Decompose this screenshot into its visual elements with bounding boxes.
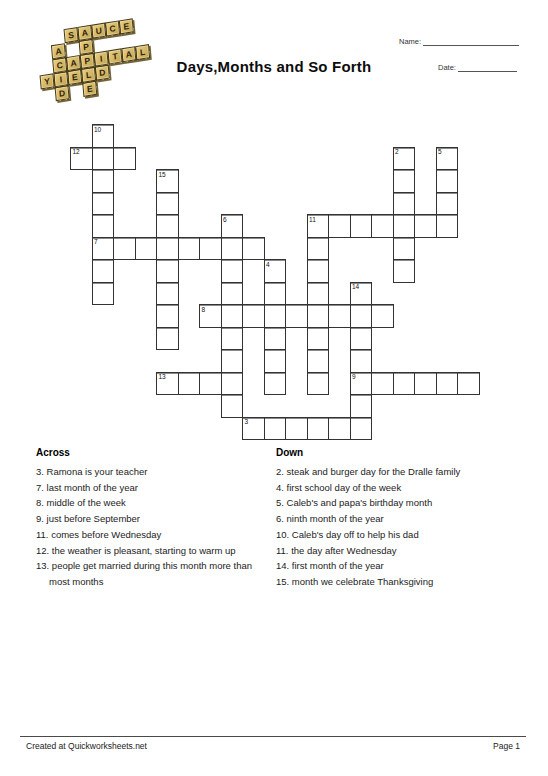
grid-cell	[436, 192, 459, 216]
grid-cell	[307, 259, 330, 283]
grid-cell	[221, 349, 244, 373]
clue-item-text: middle of the week	[47, 497, 126, 508]
grid-cell	[221, 237, 244, 261]
clue-item-number: 7.	[36, 482, 47, 493]
clue-item: 5. Caleb's and papa's birthday month	[276, 495, 538, 511]
grid-cell: 7	[92, 237, 115, 261]
logo-tile: E	[82, 81, 97, 97]
clue-item-number: 2.	[276, 466, 287, 477]
grid-cell	[264, 327, 287, 351]
clue-item-text: Caleb's and papa's birthday month	[287, 497, 433, 508]
grid-cell: 15	[156, 169, 179, 193]
date-field: Date:	[438, 63, 517, 72]
cell-number: 10	[94, 126, 101, 133]
clue-item-number: 14.	[276, 560, 292, 571]
clue-item-text: people get married during this month mor…	[49, 560, 252, 587]
grid-cell: 5	[436, 147, 459, 171]
grid-cell	[156, 237, 179, 261]
grid-cell	[264, 349, 287, 373]
grid-cell	[307, 417, 330, 441]
grid-cell	[393, 372, 416, 396]
grid-cell	[393, 192, 416, 216]
logo-tile: U	[91, 23, 106, 39]
grid-cell	[328, 417, 351, 441]
grid-cell	[393, 237, 416, 261]
grid-cell	[307, 349, 330, 373]
clue-item-number: 3.	[36, 466, 47, 477]
grid-cell: 9	[350, 372, 373, 396]
clue-item-text: ninth month of the year	[287, 513, 384, 524]
clue-item-text: Ramona is your teacher	[47, 466, 148, 477]
clue-item-text: just before September	[47, 513, 140, 524]
grid-cell	[436, 372, 459, 396]
clue-item-number: 12.	[36, 545, 52, 556]
grid-cell	[457, 372, 480, 396]
cell-number: 5	[438, 148, 442, 155]
grid-cell	[371, 372, 394, 396]
across-heading: Across	[36, 446, 274, 460]
grid-cell	[221, 327, 244, 351]
grid-cell	[350, 304, 373, 328]
grid-cell: 10	[92, 124, 115, 148]
across-clues: Across 3. Ramona is your teacher7. last …	[36, 446, 274, 590]
grid-cell	[414, 372, 437, 396]
grid-cell	[264, 417, 287, 441]
grid-cell	[393, 259, 416, 283]
cell-number: 4	[266, 261, 270, 268]
cell-number: 9	[352, 373, 356, 380]
grid-cell	[178, 237, 201, 261]
grid-cell	[156, 214, 179, 238]
grid-cell: 14	[350, 282, 373, 306]
cell-number: 14	[352, 283, 359, 290]
clue-item-number: 15.	[276, 576, 292, 587]
grid-cell: 3	[242, 417, 265, 441]
logo-tile: E	[119, 18, 134, 34]
page-number: Page 1	[493, 741, 520, 751]
grid-cell	[285, 417, 308, 441]
clue-item: 10. Caleb's day off to help his dad	[276, 527, 538, 543]
clue-item-number: 11.	[36, 529, 51, 540]
grid-cell	[156, 282, 179, 306]
clue-item-number: 6.	[276, 513, 287, 524]
grid-cell	[92, 147, 115, 171]
logo-tile: Y	[40, 73, 55, 89]
clue-item-number: 10.	[276, 529, 292, 540]
clue-item: 14. first month of the year	[276, 558, 538, 574]
grid-cell	[178, 372, 201, 396]
grid-cell	[242, 237, 265, 261]
grid-cell	[350, 214, 373, 238]
clue-item-text: first school day of the week	[287, 482, 402, 493]
grid-cell	[113, 147, 136, 171]
clue-item-number: 11.	[276, 545, 291, 556]
worksheet-page: { "game": "crossword", "header": { "titl…	[0, 0, 548, 776]
grid-cell	[156, 304, 179, 328]
clue-item-text: last month of the year	[47, 482, 138, 493]
footer-credit: Created at Quickworksheets.net	[26, 741, 147, 751]
grid-cell	[307, 282, 330, 306]
grid-cell	[92, 169, 115, 193]
grid-cell	[307, 327, 330, 351]
clue-item-text: the weather is pleasant, starting to war…	[52, 545, 236, 556]
date-blank-line	[458, 63, 517, 72]
cell-number: 3	[245, 418, 249, 425]
clue-item: 2. steak and burger day for the Dralle f…	[276, 464, 538, 480]
clue-item: 15. month we celebrate Thanksgiving	[276, 574, 538, 590]
logo-tile: S	[64, 27, 79, 43]
cell-number: 6	[223, 216, 227, 223]
clue-item: 6. ninth month of the year	[276, 511, 538, 527]
grid-cell	[307, 237, 330, 261]
grid-cell	[156, 259, 179, 283]
cell-number: 11	[309, 216, 316, 223]
grid-cell: 13	[156, 372, 179, 396]
grid-cell	[221, 282, 244, 306]
page-footer: Created at Quickworksheets.net Page 1	[20, 736, 526, 751]
grid-cell	[371, 214, 394, 238]
grid-cell	[221, 304, 244, 328]
grid-cell	[221, 394, 244, 418]
clue-item-number: 5.	[276, 497, 287, 508]
grid-cell	[414, 214, 437, 238]
grid-cell	[113, 237, 136, 261]
clue-item-text: first month of the year	[292, 560, 384, 571]
grid-cell	[221, 259, 244, 283]
name-field: Name:	[399, 37, 519, 46]
clue-item-text: month we celebrate Thanksgiving	[292, 576, 433, 587]
grid-cell	[92, 282, 115, 306]
crossword-grid: 10122515611741481393	[70, 124, 480, 440]
grid-cell: 12	[70, 147, 93, 171]
grid-cell	[350, 327, 373, 351]
across-clue-list: 3. Ramona is your teacher7. last month o…	[36, 464, 274, 590]
grid-cell	[156, 327, 179, 351]
grid-cell	[371, 304, 394, 328]
grid-cell	[92, 192, 115, 216]
name-label: Name:	[399, 37, 421, 46]
clue-item: 11. the day after Wednesday	[276, 543, 538, 559]
grid-cell: 11	[307, 214, 330, 238]
grid-cell	[307, 372, 330, 396]
grid-cell	[307, 304, 330, 328]
clue-item-text: comes before Wednesday	[51, 529, 161, 540]
grid-cell	[199, 372, 222, 396]
grid-cell	[328, 214, 351, 238]
grid-cell	[156, 192, 179, 216]
clue-item: 9. just before September	[36, 511, 274, 527]
grid-cell	[199, 237, 222, 261]
clue-item: 3. Ramona is your teacher	[36, 464, 274, 480]
grid-cell	[242, 304, 265, 328]
clue-item: 7. last month of the year	[36, 480, 274, 496]
clue-item: 13. people get married during this month…	[36, 558, 274, 589]
grid-cell	[350, 417, 373, 441]
grid-cell	[92, 259, 115, 283]
clue-item-text: steak and burger day for the Dralle fami…	[287, 466, 461, 477]
name-blank-line	[423, 37, 519, 46]
grid-cell	[436, 169, 459, 193]
cell-number: 15	[159, 171, 166, 178]
cell-number: 12	[73, 148, 80, 155]
grid-cell: 6	[221, 214, 244, 238]
cell-number: 13	[159, 373, 166, 380]
logo-tile: D	[55, 85, 70, 101]
grid-cell	[393, 169, 416, 193]
clue-item-text: the day after Wednesday	[291, 545, 396, 556]
clue-item-number: 13.	[36, 560, 52, 571]
grid-cell	[135, 237, 158, 261]
grid-cell	[393, 214, 416, 238]
grid-cell	[350, 349, 373, 373]
clue-item: 8. middle of the week	[36, 495, 274, 511]
clue-item: 12. the weather is pleasant, starting to…	[36, 543, 274, 559]
grid-cell	[92, 214, 115, 238]
down-clue-list: 2. steak and burger day for the Dralle f…	[276, 464, 538, 590]
logo-tile: C	[105, 20, 120, 36]
date-label: Date:	[438, 63, 456, 72]
cell-number: 7	[94, 238, 98, 245]
grid-cell	[350, 394, 373, 418]
grid-cell	[264, 304, 287, 328]
grid-cell: 4	[264, 259, 287, 283]
clue-item-text: Caleb's day off to help his dad	[292, 529, 419, 540]
clue-item-number: 8.	[36, 497, 47, 508]
grid-cell: 8	[199, 304, 222, 328]
cell-number: 2	[395, 148, 399, 155]
down-clues: Down 2. steak and burger day for the Dra…	[276, 446, 538, 590]
grid-cell	[436, 214, 459, 238]
grid-cell	[264, 372, 287, 396]
grid-cell: 2	[393, 147, 416, 171]
grid-cell	[285, 304, 308, 328]
grid-cell	[264, 282, 287, 306]
cell-number: 8	[202, 306, 206, 313]
clue-item: 11. comes before Wednesday	[36, 527, 274, 543]
clue-item-number: 4.	[276, 482, 287, 493]
clue-item: 4. first school day of the week	[276, 480, 538, 496]
clue-item-number: 9.	[36, 513, 47, 524]
down-heading: Down	[276, 446, 538, 460]
grid-cell	[221, 372, 244, 396]
grid-cell	[328, 304, 351, 328]
